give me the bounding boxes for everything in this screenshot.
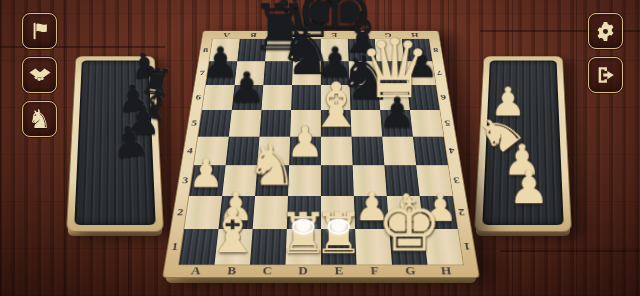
chess-board[interactable]: ABCDEFGH ABCDEFGH 87654321 87654321 ♜♛♚♝… [162,31,480,278]
white-rook-glyph: ♜ [313,208,364,262]
handshake-icon [28,64,52,86]
flag-icon [29,20,51,42]
chess-app-screen: { "game": "chess", "scene": "3d-wooden-c… [0,0,640,296]
exit-icon [595,64,617,86]
file-label-top-h: H [401,31,429,39]
file-label-top-f: F [347,31,374,39]
file-label-top-c: C [267,31,294,39]
black-pawn-glyph: ♟ [108,120,151,165]
file-label-top-a: A [213,31,241,39]
rank-label-right-6: 6 [436,85,451,110]
wood-seam [500,250,640,252]
file-label-top-e: E [321,31,348,39]
captured-black-tray: ♟♜♟♝♟♟ [66,56,164,232]
file-labels-top: ABCDEFGH [213,31,429,39]
pieces-layer: ♜♛♚♝♞♟♟♟♟♞♛♝♟♟♟♞♟♟♟♟♝♜♜♚ [163,31,479,277]
gear-icon [594,20,617,43]
knight-button[interactable]: ♞ [22,101,57,137]
right-button-column [588,13,623,93]
settings-button[interactable] [588,13,623,49]
piece-white-rook-e1[interactable]: ♜ [275,205,403,261]
board-scene: ABCDEFGH ABCDEFGH 87654321 87654321 ♜♛♚♝… [162,28,478,278]
exit-button[interactable] [588,57,623,93]
white-pawn-glyph: ♟ [509,167,550,210]
draw-offer-button[interactable] [22,57,57,93]
captured-white-pawn: ♟ [500,164,559,209]
black-pawn-glyph: ♟ [228,67,266,107]
left-button-column: ♞ [22,13,57,137]
file-label-top-d: D [294,31,321,39]
piece-top-highlight-ring [327,218,350,234]
file-label-top-b: B [240,31,268,39]
captured-black-tray-felt: ♟♜♟♝♟♟ [74,61,155,226]
captured-black-tray-scene: ♟♜♟♝♟♟ [66,57,166,232]
knight-icon: ♞ [28,106,51,132]
resign-button[interactable] [22,13,57,49]
file-label-top-g: G [374,31,402,39]
